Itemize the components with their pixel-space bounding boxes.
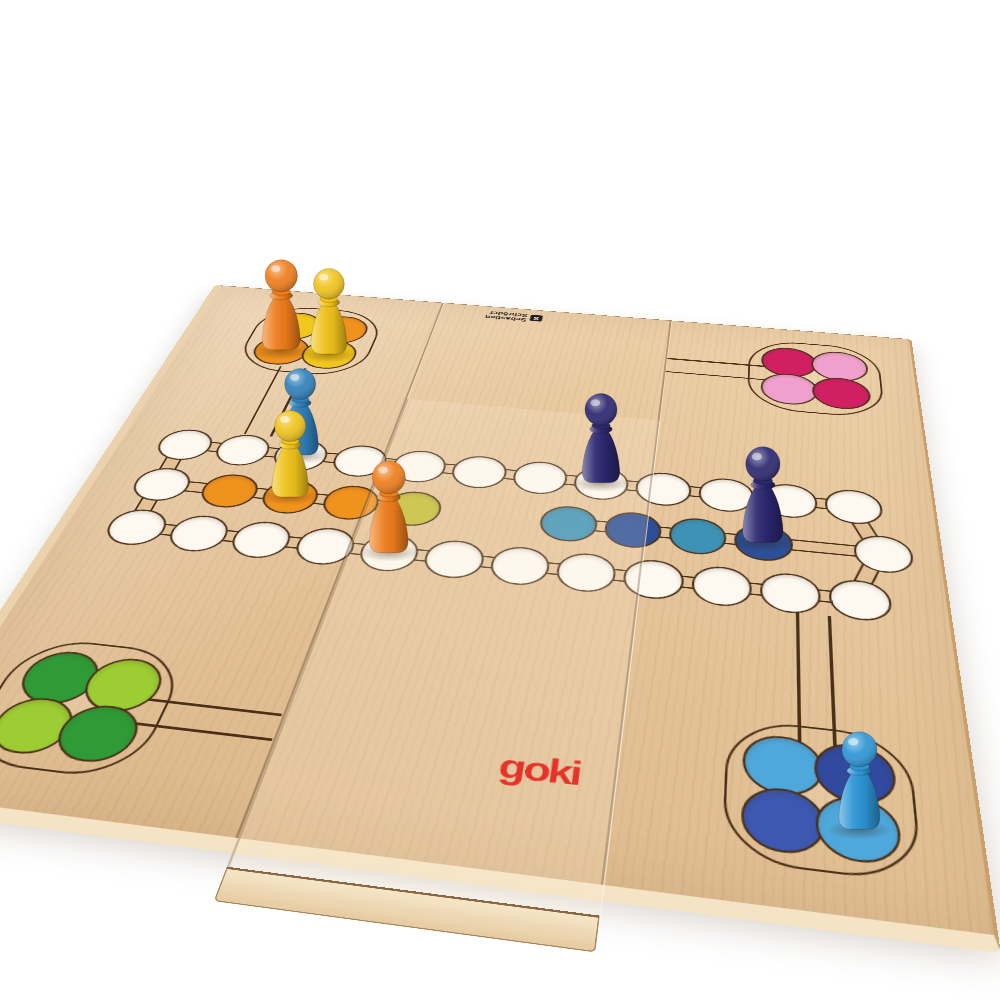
- cell-B12[interactable]: [829, 578, 893, 623]
- cell-B1[interactable]: [100, 507, 174, 547]
- ludo-board: S Sebastian Schröder goki: [0, 285, 1000, 953]
- maker-logo-icon: S: [529, 315, 543, 322]
- cell-T12[interactable]: [825, 488, 884, 526]
- cell-B2[interactable]: [162, 513, 235, 553]
- cell-M7[interactable]: [667, 516, 727, 556]
- cell-B3[interactable]: [225, 519, 297, 560]
- cell-HB-br[interactable]: [815, 793, 903, 868]
- cell-HP-bl[interactable]: [760, 372, 819, 407]
- cell-HP-br[interactable]: [812, 376, 872, 411]
- cell-M8[interactable]: [734, 522, 793, 563]
- cell-B11[interactable]: [760, 571, 822, 616]
- cell-LR[interactable]: [853, 533, 915, 575]
- goki-brand-logo: goki: [496, 748, 582, 794]
- cell-M2[interactable]: [256, 478, 324, 516]
- cell-HB-bl[interactable]: [740, 784, 825, 858]
- cell-B10[interactable]: [690, 564, 752, 608]
- cell-T11[interactable]: [761, 482, 818, 520]
- cell-T10[interactable]: [697, 476, 754, 514]
- cell-M1[interactable]: [195, 472, 264, 509]
- cell-T1[interactable]: [151, 428, 218, 462]
- cell-T3[interactable]: [268, 438, 333, 473]
- cell-T2[interactable]: [209, 433, 275, 467]
- cell-LL[interactable]: [126, 466, 197, 503]
- product-photo-scene: S Sebastian Schröder goki: [0, 0, 1000, 1000]
